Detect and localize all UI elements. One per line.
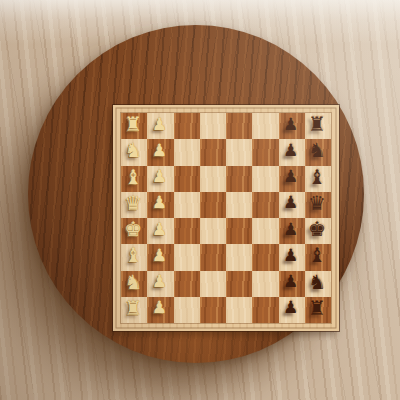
square-e5[interactable] [226, 218, 252, 244]
chess-board: ♜♟♟♜♞♟♟♞♝♟♟♝♛♟♟♛♚♟♟♚♝♟♟♝♞♟♟♞♜♟♟♜ [121, 113, 331, 323]
piece-black-queen[interactable]: ♛ [308, 193, 326, 213]
square-h6[interactable] [252, 297, 278, 323]
piece-white-rook[interactable]: ♜ [124, 114, 142, 134]
square-c3[interactable] [174, 166, 200, 192]
square-f3[interactable] [174, 244, 200, 270]
square-e2[interactable]: ♟ [147, 218, 173, 244]
piece-black-pawn[interactable]: ♟ [283, 142, 298, 159]
square-g3[interactable] [174, 271, 200, 297]
square-h1[interactable]: ♜ [121, 297, 147, 323]
square-b6[interactable] [252, 139, 278, 165]
piece-white-pawn[interactable]: ♟ [152, 168, 167, 185]
piece-black-pawn[interactable]: ♟ [283, 168, 298, 185]
square-f5[interactable] [226, 244, 252, 270]
square-f4[interactable] [200, 244, 226, 270]
piece-white-pawn[interactable]: ♟ [152, 142, 167, 159]
piece-white-knight[interactable]: ♞ [124, 272, 142, 292]
square-a7[interactable]: ♟ [279, 113, 305, 139]
square-g2[interactable]: ♟ [147, 271, 173, 297]
square-e4[interactable] [200, 218, 226, 244]
piece-black-knight[interactable]: ♞ [308, 272, 326, 292]
square-a3[interactable] [174, 113, 200, 139]
square-g4[interactable] [200, 271, 226, 297]
square-d2[interactable]: ♟ [147, 192, 173, 218]
square-f1[interactable]: ♝ [121, 244, 147, 270]
board-frame: ♜♟♟♜♞♟♟♞♝♟♟♝♛♟♟♛♚♟♟♚♝♟♟♝♞♟♟♞♜♟♟♜ [113, 105, 339, 331]
square-b5[interactable] [226, 139, 252, 165]
piece-black-king[interactable]: ♚ [308, 219, 326, 239]
piece-black-knight[interactable]: ♞ [308, 140, 326, 160]
square-f8[interactable]: ♝ [305, 244, 331, 270]
square-f6[interactable] [252, 244, 278, 270]
square-g6[interactable] [252, 271, 278, 297]
piece-white-bishop[interactable]: ♝ [124, 245, 142, 265]
square-d7[interactable]: ♟ [279, 192, 305, 218]
square-e1[interactable]: ♚ [121, 218, 147, 244]
square-a5[interactable] [226, 113, 252, 139]
square-g5[interactable] [226, 271, 252, 297]
square-h5[interactable] [226, 297, 252, 323]
square-b7[interactable]: ♟ [279, 139, 305, 165]
square-b3[interactable] [174, 139, 200, 165]
square-a4[interactable] [200, 113, 226, 139]
square-c4[interactable] [200, 166, 226, 192]
piece-black-bishop[interactable]: ♝ [308, 245, 326, 265]
piece-white-pawn[interactable]: ♟ [152, 247, 167, 264]
piece-black-pawn[interactable]: ♟ [283, 247, 298, 264]
square-b2[interactable]: ♟ [147, 139, 173, 165]
square-c8[interactable]: ♝ [305, 166, 331, 192]
piece-white-king[interactable]: ♚ [124, 219, 142, 239]
square-h3[interactable] [174, 297, 200, 323]
square-f7[interactable]: ♟ [279, 244, 305, 270]
square-c1[interactable]: ♝ [121, 166, 147, 192]
square-a1[interactable]: ♜ [121, 113, 147, 139]
square-e8[interactable]: ♚ [305, 218, 331, 244]
square-c2[interactable]: ♟ [147, 166, 173, 192]
square-g1[interactable]: ♞ [121, 271, 147, 297]
square-h8[interactable]: ♜ [305, 297, 331, 323]
piece-black-pawn[interactable]: ♟ [283, 116, 298, 133]
piece-white-pawn[interactable]: ♟ [152, 273, 167, 290]
piece-black-bishop[interactable]: ♝ [308, 167, 326, 187]
square-c5[interactable] [226, 166, 252, 192]
square-d6[interactable] [252, 192, 278, 218]
piece-black-rook[interactable]: ♜ [308, 298, 326, 318]
table-surface: ♜♟♟♜♞♟♟♞♝♟♟♝♛♟♟♛♚♟♟♚♝♟♟♝♞♟♟♞♜♟♟♜ [0, 0, 400, 400]
piece-black-pawn[interactable]: ♟ [283, 273, 298, 290]
piece-white-pawn[interactable]: ♟ [152, 116, 167, 133]
square-a2[interactable]: ♟ [147, 113, 173, 139]
piece-white-pawn[interactable]: ♟ [152, 299, 167, 316]
piece-black-rook[interactable]: ♜ [308, 114, 326, 134]
piece-white-pawn[interactable]: ♟ [152, 221, 167, 238]
square-b8[interactable]: ♞ [305, 139, 331, 165]
square-h7[interactable]: ♟ [279, 297, 305, 323]
round-chess-board: ♜♟♟♜♞♟♟♞♝♟♟♝♛♟♟♛♚♟♟♚♝♟♟♝♞♟♟♞♜♟♟♜ [28, 25, 364, 363]
square-e6[interactable] [252, 218, 278, 244]
square-h2[interactable]: ♟ [147, 297, 173, 323]
square-b4[interactable] [200, 139, 226, 165]
square-c7[interactable]: ♟ [279, 166, 305, 192]
square-a6[interactable] [252, 113, 278, 139]
piece-white-queen[interactable]: ♛ [124, 193, 142, 213]
square-h4[interactable] [200, 297, 226, 323]
square-d3[interactable] [174, 192, 200, 218]
square-a8[interactable]: ♜ [305, 113, 331, 139]
piece-black-pawn[interactable]: ♟ [283, 194, 298, 211]
square-c6[interactable] [252, 166, 278, 192]
piece-white-bishop[interactable]: ♝ [124, 167, 142, 187]
square-d1[interactable]: ♛ [121, 192, 147, 218]
square-b1[interactable]: ♞ [121, 139, 147, 165]
piece-white-rook[interactable]: ♜ [124, 298, 142, 318]
piece-black-pawn[interactable]: ♟ [283, 221, 298, 238]
piece-white-pawn[interactable]: ♟ [152, 194, 167, 211]
square-e7[interactable]: ♟ [279, 218, 305, 244]
square-g7[interactable]: ♟ [279, 271, 305, 297]
square-d8[interactable]: ♛ [305, 192, 331, 218]
square-e3[interactable] [174, 218, 200, 244]
piece-black-pawn[interactable]: ♟ [283, 299, 298, 316]
piece-white-knight[interactable]: ♞ [124, 140, 142, 160]
square-d4[interactable] [200, 192, 226, 218]
square-f2[interactable]: ♟ [147, 244, 173, 270]
square-d5[interactable] [226, 192, 252, 218]
square-g8[interactable]: ♞ [305, 271, 331, 297]
